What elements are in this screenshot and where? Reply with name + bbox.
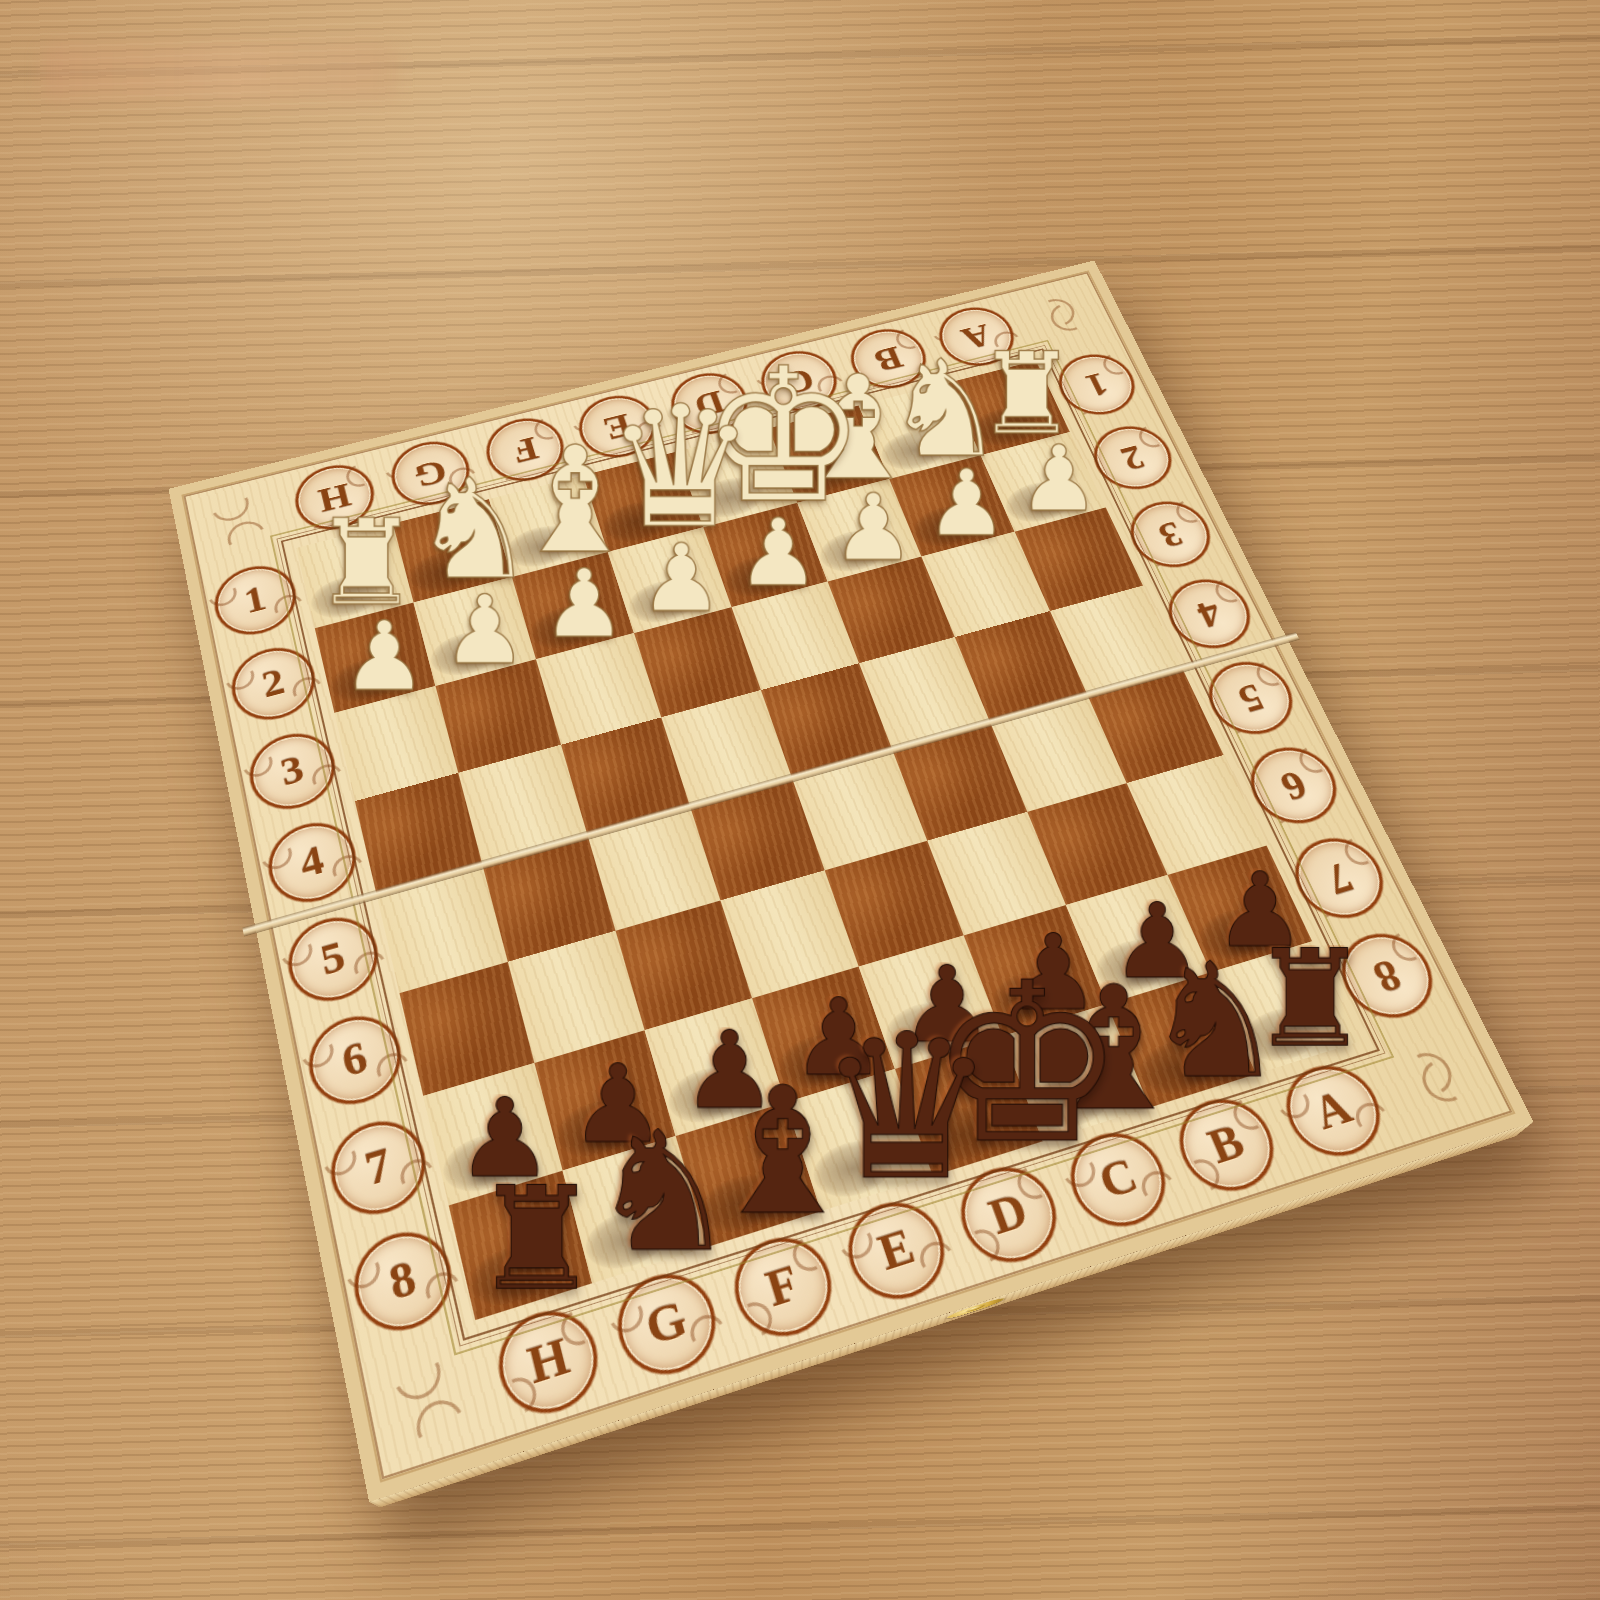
scene: HGFEDCBA1♜♞♝♛♚♝♞♜12♟♟♟♟♟♟♟♟2334455667♟♟♟… — [0, 0, 1600, 1600]
label-disc: 3 — [1125, 498, 1216, 570]
piece-black-knight-g8[interactable]: ♞ — [589, 1125, 709, 1261]
label-disc: 7 — [330, 1117, 427, 1218]
label-disc: A — [1279, 1062, 1387, 1161]
piece-white-rook-h1[interactable]: ♜ — [313, 515, 414, 612]
board-shadow-wrap: HGFEDCBA1♜♞♝♛♚♝♞♜12♟♟♟♟♟♟♟♟2334455667♟♟♟… — [0, 0, 1600, 1600]
label-disc: 5 — [287, 914, 379, 1005]
piece-white-pawn-a2[interactable]: ♟ — [1010, 442, 1108, 517]
label-disc: 2 — [231, 645, 315, 723]
piece-white-pawn-f2[interactable]: ♟ — [533, 565, 635, 642]
label-disc: 4 — [1163, 576, 1256, 651]
rank-label-left-3: 3 — [231, 713, 355, 831]
label-disc: 3 — [249, 730, 336, 812]
label-disc: 6 — [308, 1013, 402, 1109]
board-grid: HGFEDCBA1♜♞♝♛♚♝♞♜12♟♟♟♟♟♟♟♟2334455667♟♟♟… — [169, 260, 1534, 1501]
piece-white-pawn-g2[interactable]: ♟ — [434, 591, 536, 669]
label-disc: F — [730, 1234, 836, 1342]
piece-white-pawn-e2[interactable]: ♟ — [632, 540, 733, 617]
label-disc: H — [497, 1307, 601, 1418]
label-disc: 5 — [1203, 658, 1299, 737]
piece-white-pawn-c2[interactable]: ♟ — [824, 490, 923, 566]
label-disc: 6 — [1245, 744, 1344, 827]
label-disc: 8 — [353, 1228, 453, 1335]
piece-white-pawn-d2[interactable]: ♟ — [728, 515, 828, 591]
piece-white-pawn-h2[interactable]: ♟ — [333, 617, 436, 696]
piece-white-pawn-b2[interactable]: ♟ — [917, 466, 1016, 541]
square-h4[interactable] — [355, 773, 483, 895]
label-disc: G — [615, 1270, 720, 1379]
label-disc: 1 — [214, 563, 296, 638]
piece-white-knight-g1[interactable]: ♞ — [412, 473, 512, 586]
label-disc: 4 — [268, 820, 357, 907]
board-tilt: HGFEDCBA1♜♞♝♛♚♝♞♜12♟♟♟♟♟♟♟♟2334455667♟♟♟… — [169, 260, 1534, 1501]
piece-black-rook-h8[interactable]: ♜ — [472, 1181, 593, 1297]
